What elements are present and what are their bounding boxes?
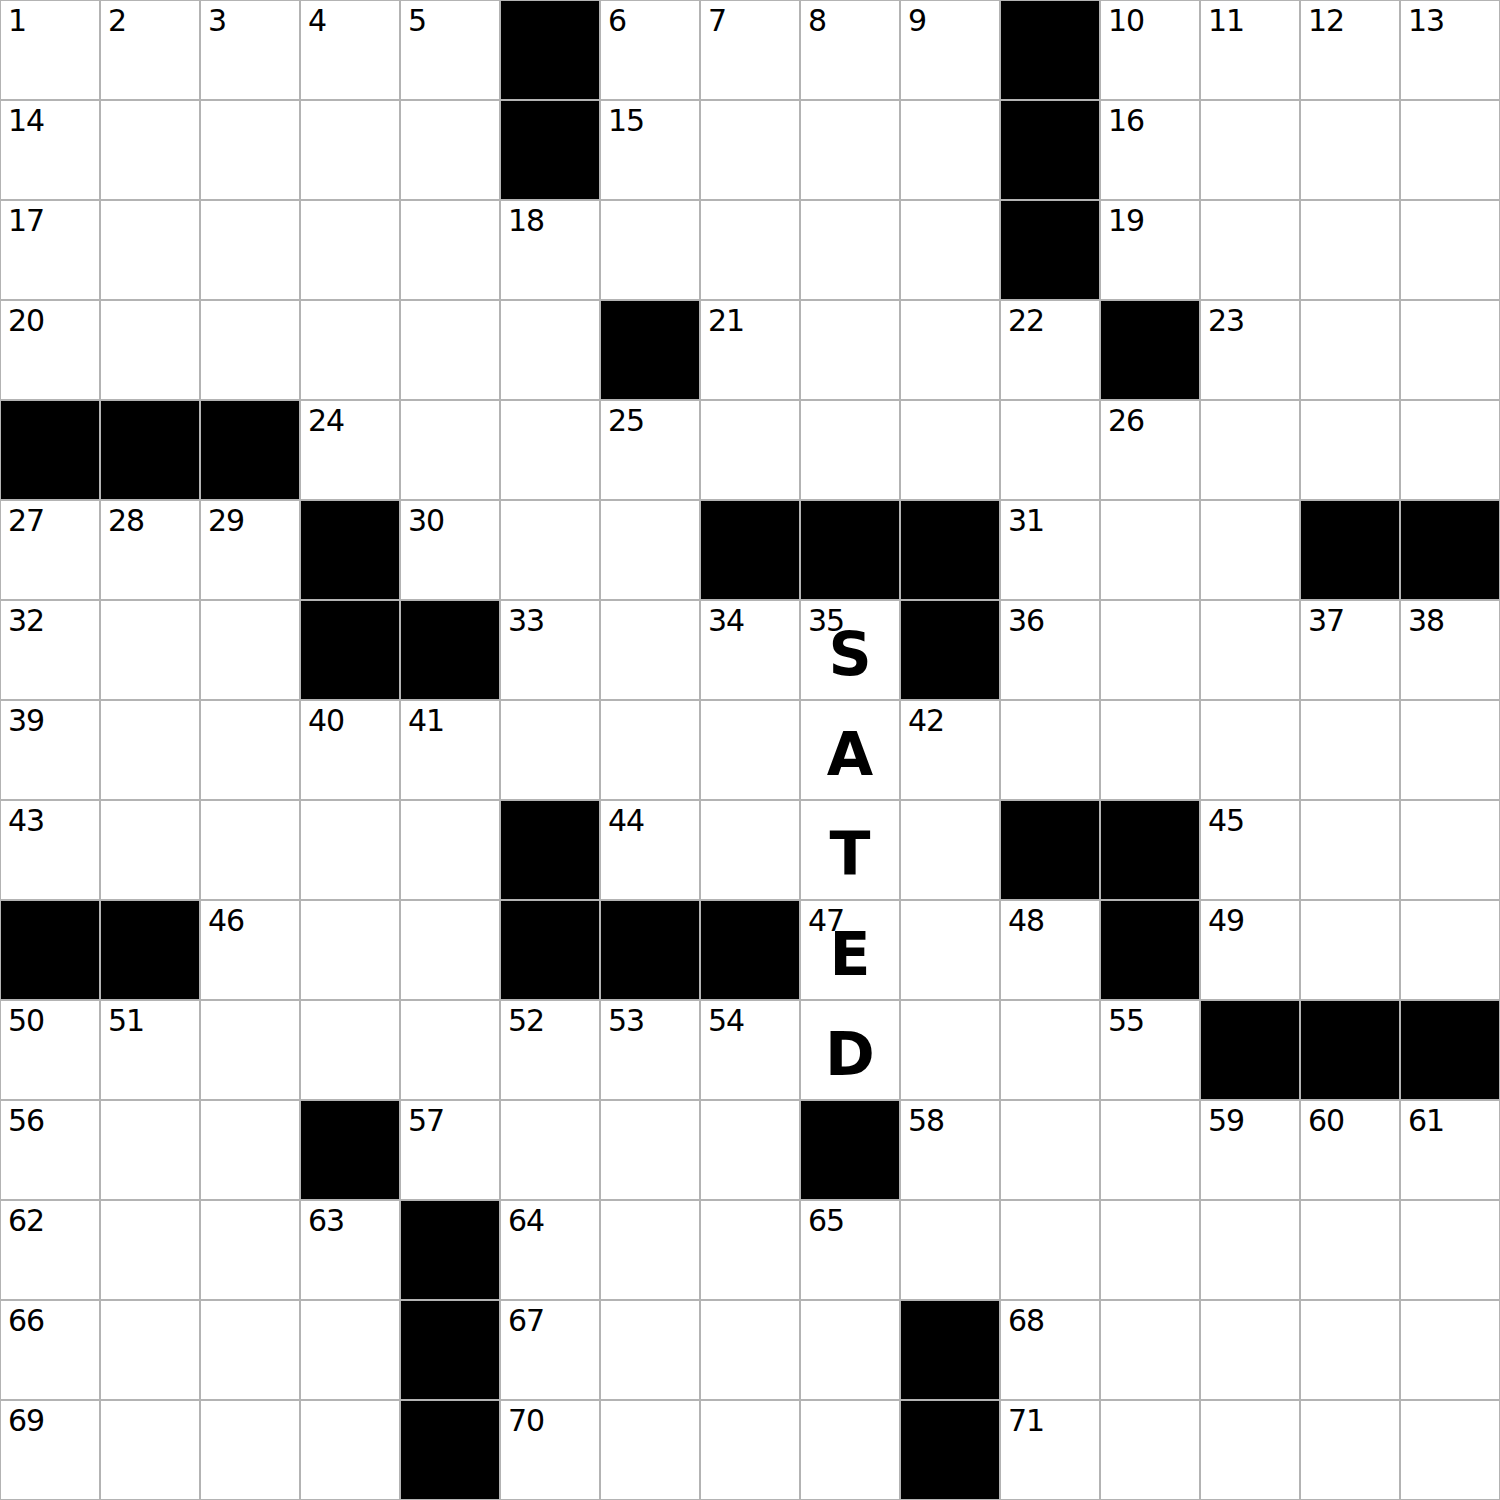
grid-cell[interactable] xyxy=(700,700,800,800)
grid-cell[interactable]: 31 xyxy=(1000,500,1100,600)
grid-cell[interactable]: 60 xyxy=(1300,1100,1400,1200)
grid-cell[interactable] xyxy=(1200,600,1300,700)
clue-number: 34 xyxy=(708,604,744,637)
black-cell xyxy=(200,400,300,500)
clue-number: 8 xyxy=(808,4,826,37)
grid-cell[interactable]: 49 xyxy=(1200,900,1300,1000)
grid-cell[interactable] xyxy=(700,1200,800,1300)
grid-cell[interactable] xyxy=(900,200,1000,300)
grid-cell[interactable]: 14 xyxy=(0,100,100,200)
grid-cell[interactable] xyxy=(900,100,1000,200)
grid-cell[interactable] xyxy=(400,200,500,300)
clue-number: 22 xyxy=(1008,304,1044,337)
grid-cell[interactable]: 1 xyxy=(0,0,100,100)
grid-cell[interactable]: 27 xyxy=(0,500,100,600)
black-cell xyxy=(500,100,600,200)
clue-number: 41 xyxy=(408,704,444,737)
clue-number: 58 xyxy=(908,1104,944,1137)
grid-cell[interactable]: 38 xyxy=(1400,600,1500,700)
clue-number: 60 xyxy=(1308,1104,1344,1137)
clue-number: 57 xyxy=(408,1104,444,1137)
grid-cell[interactable]: 43 xyxy=(0,800,100,900)
clue-number: 21 xyxy=(708,304,744,337)
black-cell xyxy=(1100,800,1200,900)
clue-number: 23 xyxy=(1208,304,1244,337)
grid-cell[interactable]: 19 xyxy=(1100,200,1200,300)
grid-cell[interactable]: 36 xyxy=(1000,600,1100,700)
black-cell xyxy=(100,400,200,500)
black-cell xyxy=(1400,500,1500,600)
grid-cell[interactable]: 42 xyxy=(900,700,1000,800)
grid-cell[interactable] xyxy=(100,700,200,800)
grid-cell[interactable] xyxy=(400,400,500,500)
grid-cell[interactable]: 64 xyxy=(500,1200,600,1300)
grid-cell[interactable] xyxy=(1100,500,1200,600)
grid-cell[interactable] xyxy=(900,400,1000,500)
grid-cell[interactable]: 57 xyxy=(400,1100,500,1200)
grid-cell[interactable] xyxy=(200,300,300,400)
black-cell xyxy=(600,300,700,400)
grid-cell[interactable] xyxy=(600,500,700,600)
grid-cell[interactable]: 37 xyxy=(1300,600,1400,700)
grid-cell[interactable] xyxy=(300,300,400,400)
grid-cell[interactable] xyxy=(1400,1400,1500,1500)
black-cell xyxy=(1000,0,1100,100)
clue-number: 67 xyxy=(508,1304,544,1337)
clue-number: 56 xyxy=(8,1104,44,1137)
grid-cell[interactable] xyxy=(1200,700,1300,800)
grid-cell[interactable] xyxy=(800,1400,900,1500)
grid-cell[interactable] xyxy=(100,1400,200,1500)
clue-number: 45 xyxy=(1208,804,1244,837)
grid-cell[interactable] xyxy=(1400,400,1500,500)
cell-letter: E xyxy=(800,900,900,1000)
grid-cell[interactable] xyxy=(200,1100,300,1200)
grid-cell[interactable]: 30 xyxy=(400,500,500,600)
black-cell xyxy=(900,1300,1000,1400)
clue-number: 64 xyxy=(508,1204,544,1237)
grid-cell[interactable] xyxy=(800,200,900,300)
clue-number: 38 xyxy=(1408,604,1444,637)
grid-cell[interactable]: 13 xyxy=(1400,0,1500,100)
black-cell xyxy=(500,800,600,900)
grid-cell[interactable] xyxy=(300,800,400,900)
clue-number: 51 xyxy=(108,1004,144,1037)
grid-cell[interactable] xyxy=(1000,1200,1100,1300)
grid-cell[interactable]: 39 xyxy=(0,700,100,800)
grid-cell[interactable] xyxy=(700,1300,800,1400)
black-cell xyxy=(900,500,1000,600)
grid-cell[interactable] xyxy=(1100,1200,1200,1300)
black-cell xyxy=(0,400,100,500)
grid-cell[interactable] xyxy=(600,200,700,300)
grid-cell[interactable]: 29 xyxy=(200,500,300,600)
grid-cell[interactable] xyxy=(200,700,300,800)
clue-number: 29 xyxy=(208,504,244,537)
clue-number: 53 xyxy=(608,1004,644,1037)
clue-number: 3 xyxy=(208,4,226,37)
grid-cell[interactable] xyxy=(1000,1000,1100,1100)
grid-cell[interactable]: 46 xyxy=(200,900,300,1000)
grid-cell[interactable]: 24 xyxy=(300,400,400,500)
clue-number: 69 xyxy=(8,1404,44,1437)
grid-cell[interactable]: 58 xyxy=(900,1100,1000,1200)
grid-cell[interactable]: 23 xyxy=(1200,300,1300,400)
grid-cell[interactable]: 34 xyxy=(700,600,800,700)
grid-cell[interactable] xyxy=(1300,700,1400,800)
grid-cell[interactable] xyxy=(700,800,800,900)
grid-cell[interactable] xyxy=(100,1200,200,1300)
clue-number: 40 xyxy=(308,704,344,737)
black-cell xyxy=(700,900,800,1000)
grid-cell[interactable] xyxy=(900,900,1000,1000)
grid-cell[interactable] xyxy=(1400,100,1500,200)
grid-cell[interactable] xyxy=(1400,1200,1500,1300)
grid-cell[interactable] xyxy=(300,100,400,200)
clue-number: 39 xyxy=(8,704,44,737)
grid-cell[interactable] xyxy=(200,1300,300,1400)
grid-cell[interactable] xyxy=(100,1100,200,1200)
grid-cell[interactable]: 2 xyxy=(100,0,200,100)
grid-cell[interactable] xyxy=(1300,1400,1400,1500)
clue-number: 25 xyxy=(608,404,644,437)
clue-number: 14 xyxy=(8,104,44,137)
black-cell xyxy=(500,900,600,1000)
grid-cell[interactable] xyxy=(1000,1100,1100,1200)
grid-cell[interactable]: 10 xyxy=(1100,0,1200,100)
black-cell xyxy=(1200,1000,1300,1100)
grid-cell[interactable]: 9 xyxy=(900,0,1000,100)
clue-number: 52 xyxy=(508,1004,544,1037)
crossword-grid: 1234567891011121314151617181920212223242… xyxy=(0,0,1500,1500)
grid-cell[interactable]: 50 xyxy=(0,1000,100,1100)
clue-number: 5 xyxy=(408,4,426,37)
grid-cell[interactable]: 32 xyxy=(0,600,100,700)
grid-cell[interactable] xyxy=(100,300,200,400)
clue-number: 11 xyxy=(1208,4,1244,37)
grid-cell[interactable] xyxy=(1300,300,1400,400)
grid-cell[interactable] xyxy=(100,200,200,300)
black-cell xyxy=(1000,100,1100,200)
clue-number: 65 xyxy=(808,1204,844,1237)
grid-cell[interactable]: 66 xyxy=(0,1300,100,1400)
black-cell xyxy=(600,900,700,1000)
black-cell xyxy=(0,900,100,1000)
grid-cell[interactable] xyxy=(100,1300,200,1400)
grid-cell[interactable] xyxy=(1300,900,1400,1000)
grid-cell[interactable]: 15 xyxy=(600,100,700,200)
clue-number: 37 xyxy=(1308,604,1344,637)
grid-cell[interactable] xyxy=(600,700,700,800)
grid-cell[interactable] xyxy=(1400,800,1500,900)
grid-cell[interactable] xyxy=(1200,400,1300,500)
grid-cell[interactable] xyxy=(1400,1300,1500,1400)
black-cell xyxy=(300,600,400,700)
clue-number: 36 xyxy=(1008,604,1044,637)
clue-number: 18 xyxy=(508,204,544,237)
cell-letter: T xyxy=(800,800,900,900)
grid-cell[interactable]: 44 xyxy=(600,800,700,900)
clue-number: 32 xyxy=(8,604,44,637)
black-cell xyxy=(100,900,200,1000)
grid-cell[interactable] xyxy=(900,1000,1000,1100)
clue-number: 4 xyxy=(308,4,326,37)
cell-letter: A xyxy=(800,700,900,800)
clue-number: 26 xyxy=(1108,404,1144,437)
clue-number: 1 xyxy=(8,4,26,37)
grid-cell[interactable]: 4 xyxy=(300,0,400,100)
grid-cell[interactable]: A xyxy=(800,700,900,800)
grid-cell[interactable] xyxy=(1300,200,1400,300)
grid-cell[interactable] xyxy=(700,1400,800,1500)
grid-cell[interactable]: 6 xyxy=(600,0,700,100)
black-cell xyxy=(900,600,1000,700)
grid-cell[interactable]: 26 xyxy=(1100,400,1200,500)
grid-cell[interactable] xyxy=(1100,1300,1200,1400)
grid-cell[interactable] xyxy=(1200,1300,1300,1400)
black-cell xyxy=(1300,1000,1400,1100)
grid-cell[interactable]: 25 xyxy=(600,400,700,500)
clue-number: 42 xyxy=(908,704,944,737)
black-cell xyxy=(400,1300,500,1400)
grid-cell[interactable]: 59 xyxy=(1200,1100,1300,1200)
grid-cell[interactable] xyxy=(500,300,600,400)
cell-letter: D xyxy=(800,1000,900,1100)
black-cell xyxy=(300,1100,400,1200)
grid-cell[interactable]: D xyxy=(800,1000,900,1100)
grid-cell[interactable] xyxy=(100,600,200,700)
grid-cell[interactable]: 3 xyxy=(200,0,300,100)
clue-number: 59 xyxy=(1208,1104,1244,1137)
grid-cell[interactable] xyxy=(200,100,300,200)
grid-cell[interactable] xyxy=(1400,200,1500,300)
grid-cell[interactable] xyxy=(700,1100,800,1200)
black-cell xyxy=(1100,900,1200,1000)
grid-cell[interactable] xyxy=(200,600,300,700)
grid-cell[interactable]: 12 xyxy=(1300,0,1400,100)
grid-cell[interactable] xyxy=(1400,300,1500,400)
grid-cell[interactable] xyxy=(500,400,600,500)
black-cell xyxy=(500,0,600,100)
grid-cell[interactable] xyxy=(400,100,500,200)
grid-cell[interactable] xyxy=(1200,100,1300,200)
grid-cell[interactable] xyxy=(1400,700,1500,800)
black-cell xyxy=(400,600,500,700)
grid-cell[interactable]: 40 xyxy=(300,700,400,800)
grid-cell[interactable] xyxy=(1300,800,1400,900)
clue-number: 24 xyxy=(308,404,344,437)
grid-cell[interactable]: 45 xyxy=(1200,800,1300,900)
clue-number: 71 xyxy=(1008,1404,1044,1437)
black-cell xyxy=(1300,500,1400,600)
black-cell xyxy=(800,500,900,600)
clue-number: 30 xyxy=(408,504,444,537)
clue-number: 50 xyxy=(8,1004,44,1037)
grid-cell[interactable] xyxy=(300,1400,400,1500)
grid-cell[interactable] xyxy=(600,1200,700,1300)
grid-cell[interactable]: 62 xyxy=(0,1200,100,1300)
grid-cell[interactable]: 55 xyxy=(1100,1000,1200,1100)
clue-number: 44 xyxy=(608,804,644,837)
grid-cell[interactable] xyxy=(200,1200,300,1300)
clue-number: 62 xyxy=(8,1204,44,1237)
black-cell xyxy=(400,1200,500,1300)
black-cell xyxy=(1100,300,1200,400)
grid-cell[interactable]: 41 xyxy=(400,700,500,800)
clue-number: 63 xyxy=(308,1204,344,1237)
grid-cell[interactable] xyxy=(800,400,900,500)
grid-cell[interactable]: T xyxy=(800,800,900,900)
grid-cell[interactable] xyxy=(1100,1100,1200,1200)
clue-number: 12 xyxy=(1308,4,1344,37)
clue-number: 70 xyxy=(508,1404,544,1437)
grid-cell[interactable] xyxy=(1200,200,1300,300)
grid-cell[interactable]: 61 xyxy=(1400,1100,1500,1200)
grid-cell[interactable] xyxy=(600,1300,700,1400)
grid-cell[interactable] xyxy=(600,600,700,700)
grid-cell[interactable] xyxy=(1000,400,1100,500)
grid-cell[interactable] xyxy=(1000,700,1100,800)
grid-cell[interactable] xyxy=(1100,600,1200,700)
clue-number: 27 xyxy=(8,504,44,537)
black-cell xyxy=(400,1400,500,1500)
clue-number: 31 xyxy=(1008,504,1044,537)
grid-cell[interactable]: 69 xyxy=(0,1400,100,1500)
grid-cell[interactable] xyxy=(800,300,900,400)
clue-number: 20 xyxy=(8,304,44,337)
clue-number: 19 xyxy=(1108,204,1144,237)
clue-number: 49 xyxy=(1208,904,1244,937)
grid-cell[interactable] xyxy=(400,800,500,900)
grid-cell[interactable] xyxy=(1100,1400,1200,1500)
grid-cell[interactable] xyxy=(300,1000,400,1100)
clue-number: 55 xyxy=(1108,1004,1144,1037)
grid-cell[interactable]: 52 xyxy=(500,1000,600,1100)
black-cell xyxy=(1400,1000,1500,1100)
black-cell xyxy=(1000,200,1100,300)
grid-cell[interactable]: 67 xyxy=(500,1300,600,1400)
grid-cell[interactable] xyxy=(900,1200,1000,1300)
clue-number: 43 xyxy=(8,804,44,837)
grid-cell[interactable]: 11 xyxy=(1200,0,1300,100)
grid-cell[interactable] xyxy=(1300,400,1400,500)
grid-cell[interactable] xyxy=(800,100,900,200)
black-cell xyxy=(1000,800,1100,900)
clue-number: 33 xyxy=(508,604,544,637)
clue-number: 61 xyxy=(1408,1104,1444,1137)
grid-cell[interactable] xyxy=(700,100,800,200)
clue-number: 15 xyxy=(608,104,644,137)
grid-cell[interactable] xyxy=(400,300,500,400)
grid-cell[interactable] xyxy=(1100,700,1200,800)
black-cell xyxy=(300,500,400,600)
clue-number: 66 xyxy=(8,1304,44,1337)
grid-cell[interactable] xyxy=(100,800,200,900)
grid-cell[interactable]: 22 xyxy=(1000,300,1100,400)
grid-cell[interactable]: 68 xyxy=(1000,1300,1100,1400)
grid-cell[interactable] xyxy=(300,200,400,300)
grid-cell[interactable] xyxy=(900,300,1000,400)
grid-cell[interactable] xyxy=(600,1400,700,1500)
grid-cell[interactable] xyxy=(300,1300,400,1400)
grid-cell[interactable] xyxy=(200,200,300,300)
grid-cell[interactable] xyxy=(800,1300,900,1400)
black-cell xyxy=(900,1400,1000,1500)
black-cell xyxy=(800,1100,900,1200)
grid-cell[interactable] xyxy=(1300,1200,1400,1300)
grid-cell[interactable] xyxy=(1200,1200,1300,1300)
grid-cell[interactable] xyxy=(1400,900,1500,1000)
grid-cell[interactable]: 48 xyxy=(1000,900,1100,1000)
grid-cell[interactable]: 5 xyxy=(400,0,500,100)
grid-cell[interactable]: 63 xyxy=(300,1200,400,1300)
grid-cell[interactable] xyxy=(200,800,300,900)
grid-cell[interactable] xyxy=(700,200,800,300)
cell-letter: S xyxy=(800,600,900,700)
grid-cell[interactable] xyxy=(500,1100,600,1200)
grid-cell[interactable] xyxy=(1200,500,1300,600)
clue-number: 17 xyxy=(8,204,44,237)
black-cell xyxy=(700,500,800,600)
grid-cell[interactable] xyxy=(200,1400,300,1500)
grid-cell[interactable]: 18 xyxy=(500,200,600,300)
clue-number: 28 xyxy=(108,504,144,537)
grid-cell[interactable]: 28 xyxy=(100,500,200,600)
grid-cell[interactable]: 17 xyxy=(0,200,100,300)
grid-cell[interactable] xyxy=(400,1000,500,1100)
grid-cell[interactable]: 20 xyxy=(0,300,100,400)
grid-cell[interactable]: 65 xyxy=(800,1200,900,1300)
clue-number: 7 xyxy=(708,4,726,37)
grid-cell[interactable]: 7 xyxy=(700,0,800,100)
grid-cell[interactable] xyxy=(500,700,600,800)
grid-cell[interactable] xyxy=(200,1000,300,1100)
clue-number: 46 xyxy=(208,904,244,937)
clue-number: 54 xyxy=(708,1004,744,1037)
grid-cell[interactable] xyxy=(900,800,1000,900)
grid-cell[interactable] xyxy=(100,100,200,200)
grid-cell[interactable]: 35S xyxy=(800,600,900,700)
grid-cell[interactable] xyxy=(1300,100,1400,200)
clue-number: 9 xyxy=(908,4,926,37)
grid-cell[interactable] xyxy=(1200,1400,1300,1500)
clue-number: 10 xyxy=(1108,4,1144,37)
grid-cell[interactable] xyxy=(300,900,400,1000)
grid-cell[interactable]: 8 xyxy=(800,0,900,100)
grid-cell[interactable] xyxy=(500,500,600,600)
clue-number: 68 xyxy=(1008,1304,1044,1337)
clue-number: 6 xyxy=(608,4,626,37)
grid-cell[interactable]: 21 xyxy=(700,300,800,400)
clue-number: 16 xyxy=(1108,104,1144,137)
grid-cell[interactable] xyxy=(600,1100,700,1200)
grid-cell[interactable]: 16 xyxy=(1100,100,1200,200)
grid-cell[interactable]: 71 xyxy=(1000,1400,1100,1500)
grid-cell[interactable] xyxy=(700,400,800,500)
clue-number: 13 xyxy=(1408,4,1444,37)
grid-cell[interactable]: 47E xyxy=(800,900,900,1000)
clue-number: 48 xyxy=(1008,904,1044,937)
grid-cell[interactable]: 56 xyxy=(0,1100,100,1200)
clue-number: 2 xyxy=(108,4,126,37)
grid-cell[interactable]: 53 xyxy=(600,1000,700,1100)
grid-cell[interactable]: 33 xyxy=(500,600,600,700)
grid-cell[interactable] xyxy=(400,900,500,1000)
grid-cell[interactable] xyxy=(1300,1300,1400,1400)
grid-cell[interactable]: 70 xyxy=(500,1400,600,1500)
grid-cell[interactable]: 54 xyxy=(700,1000,800,1100)
grid-cell[interactable]: 51 xyxy=(100,1000,200,1100)
